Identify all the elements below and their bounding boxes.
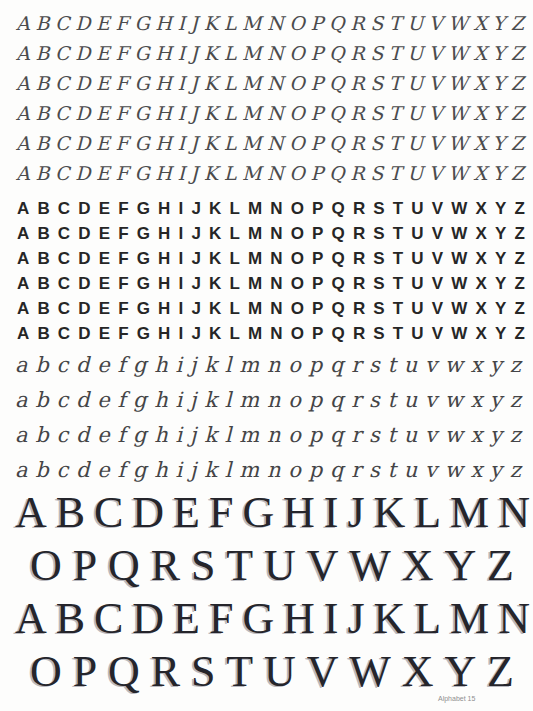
letter-cell: Z	[514, 296, 524, 321]
letter-cell: Q	[332, 221, 345, 246]
letter-cell: I	[177, 98, 185, 128]
letter-cell: N	[498, 486, 530, 539]
letter-cell: V	[432, 296, 443, 321]
letter-cell: d	[76, 418, 89, 453]
letter-cell: V	[307, 645, 339, 698]
letter-cell: Q	[332, 246, 345, 271]
letter-cell: S	[370, 68, 383, 98]
letter-cell: S	[373, 271, 384, 296]
letter-cell: C	[55, 158, 70, 188]
letter-cell: X	[473, 8, 487, 38]
letter-cell: E	[96, 158, 110, 188]
letter-cell: B	[35, 98, 49, 128]
alphabet-row: ABCDEFGHIJKLMNOPQRSTUVWXYZ	[16, 8, 524, 38]
letter-cell: F	[118, 271, 128, 296]
letter-cell: O	[289, 38, 305, 68]
letter-cell: j	[190, 453, 197, 488]
letter-cell: P	[312, 196, 323, 221]
letter-cell: x	[470, 453, 482, 488]
letter-cell: g	[133, 383, 146, 418]
section-script-lowercase: abcdefghijklmnopqrstuvwxyzabcdefghijklmn…	[0, 348, 533, 488]
letter-cell: Z	[511, 38, 524, 68]
letter-cell: F	[116, 158, 129, 188]
letter-cell: X	[475, 221, 486, 246]
section-script-uppercase: ABCDEFGHIJKLMNOPQRSTUVWXYZABCDEFGHIJKLMN…	[0, 8, 533, 188]
letter-cell: U	[407, 38, 423, 68]
letter-cell: X	[473, 128, 487, 158]
letter-cell: O	[289, 8, 305, 38]
letter-cell: i	[176, 383, 183, 418]
letter-cell: C	[55, 38, 70, 68]
letter-cell: N	[270, 321, 282, 346]
letter-cell: e	[97, 348, 109, 383]
letter-cell: J	[191, 98, 199, 128]
letter-cell: T	[393, 321, 403, 346]
letter-cell: R	[353, 221, 365, 246]
letter-cell: J	[347, 486, 364, 539]
letter-cell: R	[151, 539, 180, 592]
letter-cell: s	[369, 348, 380, 383]
letter-cell: R	[151, 645, 180, 698]
letter-cell: Z	[514, 271, 524, 296]
letter-cell: K	[209, 271, 221, 296]
letter-cell: L	[229, 271, 239, 296]
letter-cell: A	[17, 196, 29, 221]
letter-cell: U	[411, 196, 423, 221]
letter-cell: B	[37, 296, 49, 321]
letter-cell: T	[393, 296, 403, 321]
letter-cell: n	[267, 418, 281, 453]
letter-cell: u	[404, 453, 418, 488]
letter-cell: c	[57, 348, 69, 383]
letter-cell: a	[15, 453, 28, 488]
letter-cell: m	[239, 418, 259, 453]
letter-cell: L	[229, 321, 239, 346]
letter-cell: h	[154, 383, 168, 418]
letter-cell: W	[349, 645, 391, 698]
letter-cell: F	[116, 128, 129, 158]
letter-cell: T	[393, 246, 403, 271]
letter-cell: d	[76, 348, 89, 383]
letter-cell: d	[76, 453, 89, 488]
letter-cell: B	[35, 38, 49, 68]
letter-cell: a	[15, 348, 28, 383]
letter-cell: G	[134, 158, 149, 188]
letter-cell: f	[117, 453, 125, 488]
letter-cell: H	[158, 271, 170, 296]
letter-cell: K	[209, 321, 221, 346]
letter-cell: S	[373, 296, 384, 321]
letter-cell: i	[176, 418, 183, 453]
letter-cell: B	[35, 158, 49, 188]
letter-cell: B	[37, 321, 49, 346]
letter-cell: X	[402, 539, 434, 592]
letter-cell: o	[288, 348, 301, 383]
letter-cell: Z	[511, 68, 524, 98]
letter-cell: C	[58, 221, 70, 246]
letter-cell: J	[191, 271, 200, 296]
letter-cell: C	[58, 296, 70, 321]
letter-cell: N	[267, 128, 284, 158]
letter-cell: Z	[487, 539, 514, 592]
letter-cell: t	[387, 418, 395, 453]
letter-cell: T	[393, 196, 403, 221]
letter-cell: I	[179, 196, 184, 221]
alphabet-row: abcdefghijklmnopqrstuvwxyz	[15, 383, 521, 418]
letter-cell: Y	[495, 196, 506, 221]
section-sans-bold-uppercase: ABCDEFGHIJKLMNOPQRSTUVWXYZABCDEFGHIJKLMN…	[0, 196, 533, 346]
letter-cell: S	[370, 8, 383, 38]
letter-cell: D	[78, 196, 90, 221]
letter-cell: b	[35, 418, 48, 453]
letter-cell: M	[248, 296, 262, 321]
letter-cell: M	[242, 98, 261, 128]
alphabet-row: ABCDEFGHIJKLMNOPQRSTUVWXYZ	[17, 246, 525, 271]
letter-cell: D	[132, 486, 164, 539]
letter-cell: P	[73, 645, 97, 698]
letter-cell: U	[411, 321, 423, 346]
letter-cell: Q	[332, 321, 345, 346]
letter-cell: Y	[493, 158, 506, 188]
letter-cell: M	[248, 221, 262, 246]
letter-cell: R	[350, 128, 364, 158]
letter-cell: C	[55, 98, 70, 128]
letter-cell: J	[191, 196, 200, 221]
letter-cell: D	[75, 8, 90, 38]
letter-cell: J	[191, 221, 200, 246]
letter-cell: E	[96, 128, 110, 158]
letter-cell: H	[158, 196, 170, 221]
letter-cell: O	[291, 246, 304, 271]
letter-cell: V	[429, 8, 443, 38]
letter-cell: W	[448, 98, 468, 128]
letter-cell: H	[155, 68, 172, 98]
letter-cell: t	[387, 453, 395, 488]
letter-cell: X	[473, 98, 487, 128]
letter-cell: G	[134, 68, 149, 98]
alphabet-row: abcdefghijklmnopqrstuvwxyz	[15, 418, 521, 453]
letter-cell: K	[204, 8, 218, 38]
letter-cell: t	[387, 383, 395, 418]
letter-cell: D	[75, 38, 90, 68]
letter-cell: A	[16, 38, 30, 68]
letter-cell: P	[312, 271, 323, 296]
letter-cell: X	[475, 196, 486, 221]
letter-cell: N	[267, 158, 284, 188]
letter-cell: m	[239, 383, 259, 418]
letter-cell: G	[242, 592, 274, 645]
letter-cell: p	[309, 348, 322, 383]
letter-cell: D	[78, 321, 90, 346]
letter-cell: f	[117, 418, 125, 453]
letter-cell: W	[448, 128, 468, 158]
letter-cell: q	[330, 348, 343, 383]
letter-cell: L	[229, 296, 239, 321]
letter-cell: z	[510, 418, 521, 453]
letter-cell: x	[470, 348, 482, 383]
letter-cell: K	[204, 68, 218, 98]
letter-cell: U	[407, 68, 423, 98]
letter-cell: V	[429, 38, 443, 68]
letter-cell: J	[191, 158, 199, 188]
letter-cell: X	[475, 271, 486, 296]
letter-cell: G	[137, 221, 150, 246]
letter-cell: I	[179, 296, 184, 321]
letter-cell: m	[239, 453, 259, 488]
letter-cell: H	[283, 592, 315, 645]
letter-cell: h	[154, 453, 168, 488]
letter-cell: r	[351, 348, 361, 383]
letter-cell: Y	[444, 645, 476, 698]
letter-cell: f	[117, 348, 125, 383]
letter-cell: E	[99, 246, 110, 271]
letter-cell: Z	[514, 221, 524, 246]
letter-cell: I	[177, 68, 185, 98]
letter-cell: v	[425, 383, 437, 418]
letter-cell: M	[242, 38, 261, 68]
letter-cell: G	[137, 246, 150, 271]
letter-cell: o	[288, 383, 301, 418]
alphabet-row: ABCDEFGHIJKLMNOPQRSTUVWXYZ	[17, 196, 525, 221]
letter-cell: k	[204, 453, 217, 488]
letter-cell: P	[311, 68, 324, 98]
letter-cell: Z	[511, 128, 524, 158]
letter-cell: T	[393, 221, 403, 246]
letter-cell: E	[173, 592, 200, 645]
letter-cell: r	[351, 453, 361, 488]
letter-cell: h	[154, 418, 168, 453]
letter-cell: D	[75, 158, 90, 188]
letter-cell: k	[204, 418, 217, 453]
letter-cell: Y	[495, 296, 506, 321]
letter-cell: F	[116, 8, 129, 38]
letter-cell: V	[429, 68, 443, 98]
letter-cell: A	[16, 158, 30, 188]
letter-cell: o	[288, 453, 301, 488]
letter-cell: a	[15, 383, 28, 418]
letter-cell: F	[116, 38, 129, 68]
letter-cell: F	[118, 196, 128, 221]
letter-cell: Y	[493, 38, 506, 68]
letter-cell: g	[133, 348, 146, 383]
letter-cell: U	[407, 8, 423, 38]
letter-cell: E	[99, 321, 110, 346]
letter-cell: I	[177, 128, 185, 158]
letter-cell: O	[289, 128, 305, 158]
letter-cell: O	[291, 296, 304, 321]
letter-cell: I	[179, 271, 184, 296]
letter-cell: g	[133, 453, 146, 488]
letter-cell: d	[76, 383, 89, 418]
letter-cell: V	[432, 221, 443, 246]
letter-cell: n	[267, 383, 281, 418]
letter-cell: K	[209, 296, 221, 321]
alphabet-row: ABCDEFGHIJKLMN	[15, 486, 530, 539]
letter-cell: N	[270, 221, 282, 246]
letter-cell: U	[407, 128, 423, 158]
letter-cell: L	[229, 221, 239, 246]
letter-cell: S	[373, 321, 384, 346]
letter-cell: Q	[329, 128, 345, 158]
letter-cell: I	[324, 486, 339, 539]
letter-cell: X	[473, 68, 487, 98]
letter-cell: D	[75, 98, 90, 128]
letter-cell: E	[99, 296, 110, 321]
letter-cell: A	[16, 128, 30, 158]
letter-cell: E	[96, 98, 110, 128]
letter-cell: V	[432, 271, 443, 296]
letter-cell: N	[267, 8, 284, 38]
letter-cell: D	[78, 246, 90, 271]
letter-cell: B	[56, 486, 85, 539]
letter-cell: A	[16, 8, 30, 38]
letter-cell: M	[242, 158, 261, 188]
alphabet-row: ABCDEFGHIJKLMNOPQRSTUVWXYZ	[16, 68, 524, 98]
letter-cell: R	[350, 98, 364, 128]
letter-cell: A	[17, 221, 29, 246]
letter-cell: V	[429, 128, 443, 158]
letter-cell: T	[226, 645, 253, 698]
letter-cell: R	[353, 196, 365, 221]
letter-cell: u	[404, 383, 418, 418]
letter-cell: T	[389, 68, 402, 98]
letter-cell: Q	[329, 68, 345, 98]
letter-cell: A	[17, 321, 29, 346]
letter-cell: F	[118, 321, 128, 346]
letter-cell: Z	[514, 321, 524, 346]
letter-cell: e	[97, 453, 109, 488]
letter-cell: A	[16, 68, 30, 98]
letter-cell: M	[242, 68, 261, 98]
alphabet-row: abcdefghijklmnopqrstuvwxyz	[15, 453, 521, 488]
letter-cell: w	[445, 383, 463, 418]
letter-cell: I	[177, 8, 185, 38]
letter-cell: l	[225, 383, 232, 418]
letter-cell: R	[350, 68, 364, 98]
letter-cell: Q	[108, 645, 140, 698]
letter-cell: A	[17, 296, 29, 321]
letter-cell: I	[177, 38, 185, 68]
letter-cell: L	[224, 8, 237, 38]
letter-cell: S	[373, 221, 384, 246]
letter-cell: X	[475, 321, 486, 346]
letter-cell: T	[393, 271, 403, 296]
letter-cell: X	[473, 158, 487, 188]
letter-cell: F	[209, 486, 233, 539]
letter-cell: G	[242, 486, 274, 539]
letter-cell: X	[473, 38, 487, 68]
letter-cell: K	[209, 221, 221, 246]
letter-cell: k	[204, 348, 217, 383]
letter-cell: S	[373, 246, 384, 271]
letter-cell: C	[58, 246, 70, 271]
letter-cell: Z	[514, 196, 524, 221]
letter-cell: w	[445, 418, 463, 453]
letter-cell: j	[190, 383, 197, 418]
letter-cell: P	[311, 38, 324, 68]
letter-cell: G	[137, 196, 150, 221]
letter-cell: L	[414, 486, 441, 539]
alphabet-row: OPQRSTUVWXYZ	[30, 645, 514, 698]
letter-cell: J	[191, 128, 199, 158]
letter-cell: g	[133, 418, 146, 453]
letter-cell: J	[191, 321, 200, 346]
letter-cell: O	[291, 196, 304, 221]
letter-cell: K	[204, 38, 218, 68]
alphabet-row: ABCDEFGHIJKLMNOPQRSTUVWXYZ	[16, 158, 524, 188]
letter-cell: S	[191, 645, 215, 698]
letter-cell: O	[289, 98, 305, 128]
letter-cell: v	[425, 418, 437, 453]
letter-cell: O	[291, 221, 304, 246]
letter-cell: K	[374, 486, 406, 539]
letter-cell: W	[451, 271, 467, 296]
letter-cell: U	[264, 645, 296, 698]
letter-cell: E	[99, 271, 110, 296]
letter-cell: C	[55, 128, 70, 158]
letter-cell: c	[57, 383, 69, 418]
letter-cell: L	[229, 246, 239, 271]
letter-cell: Q	[329, 8, 345, 38]
letter-cell: O	[30, 645, 62, 698]
letter-cell: V	[307, 539, 339, 592]
letter-cell: l	[225, 418, 232, 453]
letter-cell: H	[158, 321, 170, 346]
alphabet-row: ABCDEFGHIJKLMNOPQRSTUVWXYZ	[16, 98, 524, 128]
letter-cell: R	[350, 158, 364, 188]
letter-cell: F	[118, 246, 128, 271]
letter-cell: A	[17, 246, 29, 271]
letter-cell: R	[353, 246, 365, 271]
letter-cell: R	[353, 321, 365, 346]
letter-cell: C	[94, 486, 123, 539]
letter-cell: I	[324, 592, 339, 645]
alphabet-row: abcdefghijklmnopqrstuvwxyz	[15, 348, 521, 383]
letter-cell: t	[387, 348, 395, 383]
letter-cell: P	[312, 221, 323, 246]
letter-cell: K	[204, 98, 218, 128]
letter-cell: l	[225, 348, 232, 383]
letter-cell: C	[55, 8, 70, 38]
letter-cell: Y	[493, 68, 506, 98]
letter-cell: Y	[495, 221, 506, 246]
letter-cell: f	[117, 383, 125, 418]
letter-cell: N	[270, 271, 282, 296]
letter-cell: N	[270, 246, 282, 271]
letter-cell: O	[289, 158, 305, 188]
letter-cell: M	[242, 128, 261, 158]
letter-cell: W	[451, 246, 467, 271]
letter-cell: P	[312, 296, 323, 321]
letter-cell: T	[389, 38, 402, 68]
letter-cell: U	[411, 221, 423, 246]
letter-cell: b	[35, 453, 48, 488]
letter-cell: N	[267, 68, 284, 98]
letter-cell: C	[94, 592, 123, 645]
letter-cell: B	[37, 196, 49, 221]
letter-cell: C	[58, 196, 70, 221]
letter-cell: j	[190, 348, 197, 383]
letter-cell: X	[475, 246, 486, 271]
letter-cell: G	[134, 128, 149, 158]
letter-cell: p	[309, 453, 322, 488]
letter-cell: D	[75, 128, 90, 158]
letter-cell: R	[353, 296, 365, 321]
letter-cell: G	[134, 38, 149, 68]
letter-cell: C	[58, 271, 70, 296]
letter-cell: s	[369, 418, 380, 453]
letter-cell: X	[475, 296, 486, 321]
